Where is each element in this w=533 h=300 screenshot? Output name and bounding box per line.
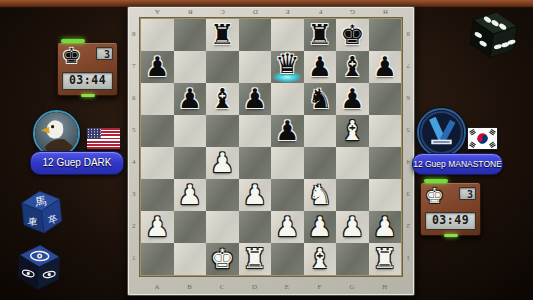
square-c5[interactable] bbox=[206, 115, 239, 147]
white-pawn-h2[interactable]: ♟ bbox=[369, 211, 402, 243]
square-h4[interactable] bbox=[369, 147, 402, 179]
coord-label: 7 bbox=[128, 50, 140, 82]
coord-label: B bbox=[174, 281, 207, 292]
manastone-logo bbox=[419, 110, 464, 155]
square-h5[interactable] bbox=[369, 115, 402, 147]
coord-label: 1 bbox=[402, 242, 414, 274]
white-rook-h1[interactable]: ♜ bbox=[369, 243, 402, 275]
square-h2[interactable]: ♟ bbox=[369, 211, 402, 243]
coord-label: C bbox=[206, 281, 239, 292]
square-e8[interactable] bbox=[271, 19, 304, 51]
square-f5[interactable] bbox=[304, 115, 337, 147]
black-pawn-b6[interactable]: ♟ bbox=[174, 83, 207, 115]
black-bishop-c6[interactable]: ♝ bbox=[206, 83, 239, 115]
black-pawn-a7[interactable]: ♟ bbox=[141, 51, 174, 83]
coord-label: D bbox=[239, 281, 272, 292]
coord-label: 1 bbox=[128, 242, 140, 274]
square-e4[interactable] bbox=[271, 147, 304, 179]
black-king-icon: ♚ bbox=[62, 44, 81, 68]
right-player-name-badge[interactable]: 12 Guep MANASTONE bbox=[412, 153, 503, 175]
black-player-clock: ♚ 3 03:44 bbox=[57, 42, 118, 96]
black-time-display: 03:44 bbox=[62, 72, 113, 90]
coord-label: 3 bbox=[128, 178, 140, 210]
left-player-name-badge[interactable]: 12 Guep DARK bbox=[30, 151, 124, 175]
white-pawn-d3[interactable]: ♟ bbox=[239, 179, 272, 211]
square-a4[interactable] bbox=[141, 147, 174, 179]
coord-label: F bbox=[304, 281, 337, 292]
black-pawn-e5[interactable]: ♟ bbox=[271, 115, 304, 147]
square-f6[interactable]: ♞ bbox=[304, 83, 337, 115]
square-g4[interactable] bbox=[336, 147, 369, 179]
black-pawn-f7[interactable]: ♟ bbox=[304, 51, 337, 83]
ranks-left: 87654321 bbox=[128, 18, 140, 274]
coord-label: B bbox=[174, 7, 207, 18]
square-b2[interactable] bbox=[174, 211, 207, 243]
coord-label: 5 bbox=[128, 114, 140, 146]
square-c7[interactable] bbox=[206, 51, 239, 83]
coord-label: 2 bbox=[128, 210, 140, 242]
coord-label: 3 bbox=[402, 178, 414, 210]
square-d3[interactable]: ♟ bbox=[239, 179, 272, 211]
square-g7[interactable]: ♝ bbox=[336, 51, 369, 83]
square-a3[interactable] bbox=[141, 179, 174, 211]
black-bishop-g7[interactable]: ♝ bbox=[336, 51, 369, 83]
square-g2[interactable]: ♟ bbox=[336, 211, 369, 243]
white-time-display: 03:49 bbox=[425, 212, 476, 230]
black-pawn-h7[interactable]: ♟ bbox=[369, 51, 402, 83]
coord-label: A bbox=[141, 7, 174, 18]
black-king-g8[interactable]: ♚ bbox=[336, 19, 369, 51]
square-g8[interactable]: ♚ bbox=[336, 19, 369, 51]
square-e7[interactable]: ♛ bbox=[271, 51, 304, 83]
svg-text:馬: 馬 bbox=[34, 194, 47, 209]
board-frame: ABCDEFGH ABCDEFGH 87654321 87654321 ♜♜♚♟… bbox=[127, 6, 415, 296]
square-h1[interactable]: ♜ bbox=[369, 243, 402, 275]
square-b6[interactable]: ♟ bbox=[174, 83, 207, 115]
coord-label: 6 bbox=[402, 82, 414, 114]
square-g6[interactable]: ♟ bbox=[336, 83, 369, 115]
square-h7[interactable]: ♟ bbox=[369, 51, 402, 83]
taegeuk-symbol bbox=[468, 128, 497, 149]
files-bottom: ABCDEFGH bbox=[141, 281, 401, 292]
black-pawn-g6[interactable]: ♟ bbox=[336, 83, 369, 115]
bald-eagle-image bbox=[35, 112, 78, 155]
square-f3[interactable]: ♞ bbox=[304, 179, 337, 211]
square-h3[interactable] bbox=[369, 179, 402, 211]
coord-label: F bbox=[304, 7, 337, 18]
square-e2[interactable]: ♟ bbox=[271, 211, 304, 243]
clock-bottom-led bbox=[444, 234, 458, 237]
files-top: ABCDEFGH bbox=[141, 7, 401, 18]
square-c1[interactable]: ♚ bbox=[206, 243, 239, 275]
square-b1[interactable] bbox=[174, 243, 207, 275]
board-grid: ♜♜♚♟♛♟♝♟♟♝♟♞♟♟♝♟♟♟♞♟♟♟♟♟♚♜♝♜ bbox=[140, 18, 402, 276]
coord-label: 2 bbox=[402, 210, 414, 242]
active-turn-led bbox=[61, 39, 85, 43]
white-bishop-f1[interactable]: ♝ bbox=[304, 243, 337, 275]
eye-die-icon[interactable] bbox=[12, 240, 67, 299]
coord-label: 4 bbox=[128, 146, 140, 178]
square-b5[interactable] bbox=[174, 115, 207, 147]
black-move-counter: 3 bbox=[96, 47, 113, 60]
square-b3[interactable]: ♟ bbox=[174, 179, 207, 211]
square-d2[interactable] bbox=[239, 211, 272, 243]
square-d1[interactable]: ♜ bbox=[239, 243, 272, 275]
black-queen-e7[interactable]: ♛ bbox=[271, 48, 304, 80]
square-c8[interactable]: ♜ bbox=[206, 19, 239, 51]
white-king-icon: ♚ bbox=[425, 184, 444, 208]
square-a2[interactable]: ♟ bbox=[141, 211, 174, 243]
coord-label: 8 bbox=[128, 18, 140, 50]
square-b4[interactable] bbox=[174, 147, 207, 179]
white-rook-d1[interactable]: ♜ bbox=[239, 243, 272, 275]
square-h8[interactable] bbox=[369, 19, 402, 51]
square-b7[interactable] bbox=[174, 51, 207, 83]
coord-label: 7 bbox=[402, 50, 414, 82]
game-screen: ABCDEFGH ABCDEFGH 87654321 87654321 ♜♜♚♟… bbox=[0, 0, 533, 300]
coord-label: A bbox=[141, 281, 174, 292]
square-d8[interactable] bbox=[239, 19, 272, 51]
white-pawn-c4[interactable]: ♟ bbox=[206, 147, 239, 179]
black-knight-f6[interactable]: ♞ bbox=[304, 83, 337, 115]
square-d7[interactable] bbox=[239, 51, 272, 83]
black-rook-f8[interactable]: ♜ bbox=[304, 19, 337, 51]
square-a7[interactable]: ♟ bbox=[141, 51, 174, 83]
coord-label: 6 bbox=[128, 82, 140, 114]
black-pawn-d6[interactable]: ♟ bbox=[239, 83, 272, 115]
square-g3[interactable] bbox=[336, 179, 369, 211]
white-pawn-g2[interactable]: ♟ bbox=[336, 211, 369, 243]
white-bishop-g5[interactable]: ♝ bbox=[336, 115, 369, 147]
square-c2[interactable] bbox=[206, 211, 239, 243]
square-f8[interactable]: ♜ bbox=[304, 19, 337, 51]
coord-label: G bbox=[336, 7, 369, 18]
square-d5[interactable] bbox=[239, 115, 272, 147]
square-a6[interactable] bbox=[141, 83, 174, 115]
coord-label: C bbox=[206, 7, 239, 18]
white-pawn-e2[interactable]: ♟ bbox=[271, 211, 304, 243]
dice-pips-icon[interactable] bbox=[459, 2, 527, 74]
square-g5[interactable]: ♝ bbox=[336, 115, 369, 147]
white-player-clock: ♚ 3 03:49 bbox=[420, 182, 481, 236]
square-f7[interactable]: ♟ bbox=[304, 51, 337, 83]
us-flag bbox=[86, 127, 121, 150]
white-pawn-a2[interactable]: ♟ bbox=[141, 211, 174, 243]
square-a8[interactable] bbox=[141, 19, 174, 51]
square-c4[interactable]: ♟ bbox=[206, 147, 239, 179]
square-b8[interactable] bbox=[174, 19, 207, 51]
clock-bottom-led bbox=[81, 94, 95, 97]
black-rook-c8[interactable]: ♜ bbox=[206, 19, 239, 51]
square-e5[interactable]: ♟ bbox=[271, 115, 304, 147]
square-h6[interactable] bbox=[369, 83, 402, 115]
ranks-right: 87654321 bbox=[402, 18, 414, 274]
coord-label: 5 bbox=[402, 114, 414, 146]
coord-label: H bbox=[369, 7, 402, 18]
coord-label: H bbox=[369, 281, 402, 292]
square-f2[interactable]: ♟ bbox=[304, 211, 337, 243]
active-turn-led bbox=[424, 179, 448, 183]
white-knight-f3[interactable]: ♞ bbox=[304, 179, 337, 211]
coord-label: G bbox=[336, 281, 369, 292]
square-a1[interactable] bbox=[141, 243, 174, 275]
coord-label: E bbox=[271, 281, 304, 292]
janggi-die-icon[interactable]: 馬 車 卒 bbox=[14, 185, 69, 244]
coord-label: E bbox=[271, 7, 304, 18]
south-korea-flag bbox=[467, 127, 498, 150]
square-c3[interactable] bbox=[206, 179, 239, 211]
coord-label: D bbox=[239, 7, 272, 18]
white-pawn-f2[interactable]: ♟ bbox=[304, 211, 337, 243]
coord-label: 8 bbox=[402, 18, 414, 50]
square-c6[interactable]: ♝ bbox=[206, 83, 239, 115]
right-player-avatar[interactable] bbox=[417, 108, 466, 157]
square-e3[interactable] bbox=[271, 179, 304, 211]
square-g1[interactable] bbox=[336, 243, 369, 275]
square-f4[interactable] bbox=[304, 147, 337, 179]
white-king-c1[interactable]: ♚ bbox=[206, 243, 239, 275]
white-pawn-b3[interactable]: ♟ bbox=[174, 179, 207, 211]
square-d6[interactable]: ♟ bbox=[239, 83, 272, 115]
square-e1[interactable] bbox=[271, 243, 304, 275]
square-d4[interactable] bbox=[239, 147, 272, 179]
left-player-avatar[interactable] bbox=[33, 110, 80, 157]
square-f1[interactable]: ♝ bbox=[304, 243, 337, 275]
square-a5[interactable] bbox=[141, 115, 174, 147]
square-e6[interactable] bbox=[271, 83, 304, 115]
white-move-counter: 3 bbox=[459, 187, 476, 200]
